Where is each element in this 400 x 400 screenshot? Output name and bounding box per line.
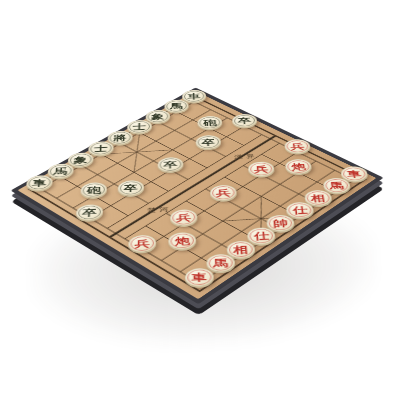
piece-black-cannon[interactable]: 砲 (80, 182, 107, 198)
piece-glyph: 兵 (284, 139, 311, 154)
piece-red-soldier[interactable]: 兵 (248, 161, 276, 177)
product-photo-stage: 楚河 漢界 車馬象士將士象馬車砲砲卒卒卒卒卒車馬相仕帥仕相馬車炮炮兵兵兵兵兵 (0, 0, 400, 400)
piece-glyph: 砲 (80, 182, 107, 198)
piece-black-soldier[interactable]: 卒 (195, 135, 221, 150)
piece-glyph: 兵 (248, 161, 276, 177)
piece-black-soldier[interactable]: 卒 (157, 157, 183, 173)
piece-red-soldier[interactable]: 兵 (170, 209, 198, 226)
piece-black-cannon[interactable]: 砲 (197, 116, 222, 130)
piece-black-elephant[interactable]: 象 (67, 152, 94, 167)
piece-red-soldier[interactable]: 兵 (128, 235, 156, 253)
piece-glyph: 卒 (231, 113, 257, 127)
piece-glyph: 炮 (284, 159, 312, 175)
piece-glyph: 兵 (170, 209, 198, 226)
piece-glyph: 卒 (117, 180, 144, 196)
piece-red-chariot[interactable]: 車 (185, 268, 214, 287)
piece-red-cannon[interactable]: 炮 (284, 159, 312, 175)
piece-black-soldier[interactable]: 卒 (231, 113, 257, 127)
piece-red-soldier[interactable]: 兵 (210, 185, 238, 201)
piece-black-soldier[interactable]: 卒 (117, 180, 144, 196)
piece-red-cannon[interactable]: 炮 (168, 232, 196, 250)
piece-glyph: 車 (185, 268, 214, 287)
piece-glyph: 卒 (195, 135, 221, 150)
piece-glyph: 兵 (210, 185, 238, 201)
board-tilt-wrapper: 楚河 漢界 車馬象士將士象馬車砲砲卒卒卒卒卒車馬相仕帥仕相馬車炮炮兵兵兵兵兵 (0, 0, 400, 400)
piece-black-soldier[interactable]: 卒 (75, 204, 103, 221)
piece-glyph: 卒 (157, 157, 183, 173)
piece-glyph: 卒 (75, 204, 103, 221)
piece-glyph: 象 (67, 152, 94, 167)
piece-glyph: 兵 (128, 235, 156, 253)
piece-glyph: 炮 (168, 232, 196, 250)
piece-glyph: 砲 (197, 116, 222, 130)
piece-red-soldier[interactable]: 兵 (284, 139, 311, 154)
